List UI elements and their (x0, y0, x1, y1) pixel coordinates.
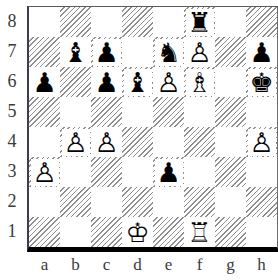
square-c4[interactable]: ♙ (91, 127, 122, 157)
rank-label-3: 3 (0, 156, 24, 186)
rank-label-6: 6 (0, 66, 24, 96)
square-c8[interactable] (91, 7, 122, 37)
square-d6[interactable]: ♝ (122, 67, 153, 97)
square-g4[interactable] (215, 127, 246, 157)
square-a5[interactable] (29, 97, 60, 127)
square-a3[interactable]: ♙ (29, 157, 60, 187)
piece-black-pawn[interactable]: ♟ (248, 39, 276, 66)
file-label-d: d (122, 252, 153, 278)
square-f1[interactable]: ♖ (184, 217, 215, 247)
square-f6[interactable]: ♗ (184, 67, 215, 97)
square-g6[interactable] (215, 67, 246, 97)
square-a7[interactable] (29, 37, 60, 67)
square-a2[interactable] (29, 187, 60, 217)
square-d7[interactable] (122, 37, 153, 67)
piece-black-pawn[interactable]: ♟ (31, 69, 59, 96)
square-c7[interactable]: ♟ (91, 37, 122, 67)
piece-white-pawn[interactable]: ♙ (62, 129, 90, 156)
square-h3[interactable] (246, 157, 277, 187)
square-e5[interactable] (153, 97, 184, 127)
square-h6[interactable]: ♚ (246, 67, 277, 97)
square-g2[interactable] (215, 187, 246, 217)
square-b8[interactable] (60, 7, 91, 37)
file-label-g: g (215, 252, 246, 278)
rank-label-7: 7 (0, 36, 24, 66)
square-h7[interactable]: ♟ (246, 37, 277, 67)
square-g3[interactable] (215, 157, 246, 187)
square-g8[interactable] (215, 7, 246, 37)
piece-white-pawn[interactable]: ♙ (155, 69, 183, 96)
piece-black-pawn[interactable]: ♟ (155, 159, 183, 186)
piece-black-king[interactable]: ♚ (248, 69, 276, 96)
chess-diagram: ♜♝♟♞♙♟♟♟♝♙♗♚♙♙♙♙♟♔♖ 87654321 abcdefgh (0, 0, 278, 280)
square-b4[interactable]: ♙ (60, 127, 91, 157)
file-label-e: e (153, 252, 184, 278)
piece-white-pawn[interactable]: ♙ (248, 129, 276, 156)
piece-white-pawn[interactable]: ♙ (186, 39, 214, 66)
rank-label-5: 5 (0, 96, 24, 126)
square-f2[interactable] (184, 187, 215, 217)
square-h8[interactable] (246, 7, 277, 37)
piece-black-pawn[interactable]: ♟ (93, 39, 121, 66)
square-b2[interactable] (60, 187, 91, 217)
file-label-f: f (184, 252, 215, 278)
square-e1[interactable] (153, 217, 184, 247)
square-f5[interactable] (184, 97, 215, 127)
square-b5[interactable] (60, 97, 91, 127)
square-c3[interactable] (91, 157, 122, 187)
square-f4[interactable] (184, 127, 215, 157)
piece-black-bishop[interactable]: ♝ (62, 39, 90, 66)
square-d5[interactable] (122, 97, 153, 127)
square-h1[interactable] (246, 217, 277, 247)
square-g7[interactable] (215, 37, 246, 67)
piece-black-knight[interactable]: ♞ (155, 39, 183, 66)
square-c5[interactable] (91, 97, 122, 127)
file-label-a: a (29, 252, 60, 278)
file-label-h: h (246, 252, 277, 278)
piece-black-rook[interactable]: ♜ (186, 9, 214, 36)
square-c6[interactable]: ♟ (91, 67, 122, 97)
square-e4[interactable] (153, 127, 184, 157)
square-h2[interactable] (246, 187, 277, 217)
square-c1[interactable] (91, 217, 122, 247)
square-h4[interactable]: ♙ (246, 127, 277, 157)
square-d1[interactable]: ♔ (122, 217, 153, 247)
square-f8[interactable]: ♜ (184, 7, 215, 37)
square-a1[interactable] (29, 217, 60, 247)
square-d8[interactable] (122, 7, 153, 37)
square-e6[interactable]: ♙ (153, 67, 184, 97)
square-a4[interactable] (29, 127, 60, 157)
square-d4[interactable] (122, 127, 153, 157)
rank-label-2: 2 (0, 186, 24, 216)
square-g1[interactable] (215, 217, 246, 247)
square-b3[interactable] (60, 157, 91, 187)
square-e2[interactable] (153, 187, 184, 217)
square-a8[interactable] (29, 7, 60, 37)
square-e8[interactable] (153, 7, 184, 37)
piece-white-pawn[interactable]: ♙ (31, 159, 59, 186)
square-a6[interactable]: ♟ (29, 67, 60, 97)
square-b1[interactable] (60, 217, 91, 247)
rank-label-4: 4 (0, 126, 24, 156)
square-b6[interactable] (60, 67, 91, 97)
square-d3[interactable] (122, 157, 153, 187)
square-f7[interactable]: ♙ (184, 37, 215, 67)
file-label-b: b (60, 252, 91, 278)
square-e3[interactable]: ♟ (153, 157, 184, 187)
chess-board: ♜♝♟♞♙♟♟♟♝♙♗♚♙♙♙♙♟♔♖ (27, 6, 278, 252)
piece-white-king[interactable]: ♔ (124, 219, 152, 246)
square-c2[interactable] (91, 187, 122, 217)
rank-label-1: 1 (0, 216, 24, 246)
square-b7[interactable]: ♝ (60, 37, 91, 67)
piece-black-bishop[interactable]: ♝ (124, 69, 152, 96)
square-f3[interactable] (184, 157, 215, 187)
piece-white-rook[interactable]: ♖ (186, 219, 214, 246)
piece-black-pawn[interactable]: ♟ (93, 69, 121, 96)
square-h5[interactable] (246, 97, 277, 127)
piece-white-bishop[interactable]: ♗ (186, 69, 214, 96)
square-g5[interactable] (215, 97, 246, 127)
rank-label-8: 8 (0, 6, 24, 36)
square-d2[interactable] (122, 187, 153, 217)
file-label-c: c (91, 252, 122, 278)
piece-white-pawn[interactable]: ♙ (93, 129, 121, 156)
square-e7[interactable]: ♞ (153, 37, 184, 67)
